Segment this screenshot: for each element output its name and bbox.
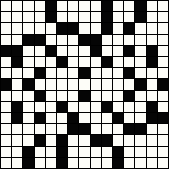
white-cell-r11c2[interactable] bbox=[23, 124, 33, 134]
white-cell-r12c1[interactable] bbox=[12, 135, 22, 145]
black-cell-r7c0 bbox=[1, 79, 11, 89]
white-cell-r12c4[interactable] bbox=[46, 135, 56, 145]
white-cell-r12c11[interactable] bbox=[124, 135, 134, 145]
white-cell-r4c7[interactable] bbox=[79, 46, 89, 56]
white-cell-r6c12[interactable] bbox=[135, 68, 145, 78]
black-cell-r3c3 bbox=[35, 35, 45, 45]
black-cell-r6c7 bbox=[79, 68, 89, 78]
white-cell-r2c1[interactable] bbox=[12, 23, 22, 33]
black-cell-r11c12 bbox=[135, 124, 145, 134]
white-cell-r5c10[interactable] bbox=[113, 57, 123, 67]
black-cell-r7c2 bbox=[23, 79, 33, 89]
white-cell-r9c0[interactable] bbox=[1, 102, 11, 112]
white-cell-r13c7[interactable] bbox=[79, 147, 89, 157]
white-cell-r7c1[interactable] bbox=[12, 79, 22, 89]
white-cell-r3c13[interactable] bbox=[147, 35, 157, 45]
white-cell-r5c8[interactable] bbox=[91, 57, 101, 67]
white-cell-r14c13[interactable] bbox=[147, 158, 157, 168]
black-cell-r1c9 bbox=[102, 12, 112, 22]
black-cell-r12c3 bbox=[35, 135, 45, 145]
white-cell-r4c14[interactable] bbox=[158, 46, 168, 56]
black-cell-r3c2 bbox=[23, 35, 33, 45]
white-cell-r10c8[interactable] bbox=[91, 113, 101, 123]
white-cell-r6c0[interactable] bbox=[1, 68, 11, 78]
black-cell-r5c9 bbox=[102, 57, 112, 67]
white-cell-r8c1[interactable] bbox=[12, 91, 22, 101]
black-cell-r4c13 bbox=[147, 46, 157, 56]
white-cell-r8c9[interactable] bbox=[102, 91, 112, 101]
black-cell-r10c6 bbox=[68, 113, 78, 123]
white-cell-r6c2[interactable] bbox=[23, 68, 33, 78]
white-cell-r14c0[interactable] bbox=[1, 158, 11, 168]
white-cell-r2c10[interactable] bbox=[113, 23, 123, 33]
white-cell-r5c2[interactable] bbox=[23, 57, 33, 67]
white-cell-r5c6[interactable] bbox=[68, 57, 78, 67]
white-cell-r2c4[interactable] bbox=[46, 23, 56, 33]
black-cell-r0c9 bbox=[102, 1, 112, 11]
white-cell-r11c10[interactable] bbox=[113, 124, 123, 134]
white-cell-r3c4[interactable] bbox=[46, 35, 56, 45]
white-cell-r8c6[interactable] bbox=[68, 91, 78, 101]
white-cell-r11c5[interactable] bbox=[57, 124, 67, 134]
white-cell-r12c14[interactable] bbox=[158, 135, 168, 145]
white-cell-r1c6[interactable] bbox=[68, 12, 78, 22]
white-cell-r5c4[interactable] bbox=[46, 57, 56, 67]
white-cell-r8c14[interactable] bbox=[158, 91, 168, 101]
white-cell-r6c14[interactable] bbox=[158, 68, 168, 78]
white-cell-r7c10[interactable] bbox=[113, 79, 123, 89]
white-cell-r4c12[interactable] bbox=[135, 46, 145, 56]
black-cell-r3c7 bbox=[79, 35, 89, 45]
white-cell-r0c0[interactable] bbox=[1, 1, 11, 11]
white-cell-r10c12[interactable] bbox=[135, 113, 145, 123]
white-cell-r3c0[interactable] bbox=[1, 35, 11, 45]
white-cell-r4c2[interactable] bbox=[23, 46, 33, 56]
white-cell-r14c6[interactable] bbox=[68, 158, 78, 168]
white-cell-r1c11[interactable] bbox=[124, 12, 134, 22]
white-cell-r10c2[interactable] bbox=[23, 113, 33, 123]
white-cell-r3c14[interactable] bbox=[158, 35, 168, 45]
white-cell-r5c14[interactable] bbox=[158, 57, 168, 67]
white-cell-r13c8[interactable] bbox=[91, 147, 101, 157]
white-cell-r2c14[interactable] bbox=[158, 23, 168, 33]
black-cell-r7c14 bbox=[158, 79, 168, 89]
black-cell-r6c3 bbox=[35, 68, 45, 78]
white-cell-r6c1[interactable] bbox=[12, 68, 22, 78]
black-cell-r4c1 bbox=[12, 46, 22, 56]
white-cell-r3c6[interactable] bbox=[68, 35, 78, 45]
white-cell-r9c14[interactable] bbox=[158, 102, 168, 112]
crossword-board bbox=[0, 0, 169, 169]
white-cell-r11c1[interactable] bbox=[12, 124, 22, 134]
white-cell-r1c10[interactable] bbox=[113, 12, 123, 22]
white-cell-r7c3[interactable] bbox=[35, 79, 45, 89]
white-cell-r10c0[interactable] bbox=[1, 113, 11, 123]
white-cell-r14c8[interactable] bbox=[91, 158, 101, 168]
white-cell-r6c5[interactable] bbox=[57, 68, 67, 78]
black-cell-r9c5 bbox=[57, 102, 67, 112]
white-cell-r8c8[interactable] bbox=[91, 91, 101, 101]
black-cell-r5c1 bbox=[12, 57, 22, 67]
white-cell-r13c6[interactable] bbox=[68, 147, 78, 157]
white-cell-r11c13[interactable] bbox=[147, 124, 157, 134]
white-cell-r0c10[interactable] bbox=[113, 1, 123, 11]
white-cell-r5c3[interactable] bbox=[35, 57, 45, 67]
white-cell-r12c13[interactable] bbox=[147, 135, 157, 145]
white-cell-r2c3[interactable] bbox=[35, 23, 45, 33]
black-cell-r14c2 bbox=[23, 158, 33, 168]
white-cell-r11c4[interactable] bbox=[46, 124, 56, 134]
black-cell-r6c11 bbox=[124, 68, 134, 78]
white-cell-r0c7[interactable] bbox=[79, 1, 89, 11]
black-cell-r1c4 bbox=[46, 12, 56, 22]
white-cell-r14c3[interactable] bbox=[35, 158, 45, 168]
white-cell-r7c5[interactable] bbox=[57, 79, 67, 89]
white-cell-r5c0[interactable] bbox=[1, 57, 11, 67]
black-cell-r5c13 bbox=[147, 57, 157, 67]
white-cell-r0c8[interactable] bbox=[91, 1, 101, 11]
white-cell-r11c8[interactable] bbox=[91, 124, 101, 134]
white-cell-r9c10[interactable] bbox=[113, 102, 123, 112]
white-cell-r12c7[interactable] bbox=[79, 135, 89, 145]
white-cell-r3c12[interactable] bbox=[135, 35, 145, 45]
white-cell-r0c3[interactable] bbox=[35, 1, 45, 11]
white-cell-r10c4[interactable] bbox=[46, 113, 56, 123]
white-cell-r11c9[interactable] bbox=[102, 124, 112, 134]
white-cell-r1c8[interactable] bbox=[91, 12, 101, 22]
white-cell-r3c5[interactable] bbox=[57, 35, 67, 45]
white-cell-r1c14[interactable] bbox=[158, 12, 168, 22]
black-cell-r4c8 bbox=[91, 46, 101, 56]
black-cell-r8c7 bbox=[79, 91, 89, 101]
black-cell-r12c5 bbox=[57, 135, 67, 145]
white-cell-r7c6[interactable] bbox=[68, 79, 78, 89]
white-cell-r0c2[interactable] bbox=[23, 1, 33, 11]
black-cell-r10c14 bbox=[158, 113, 168, 123]
white-cell-r14c9[interactable] bbox=[102, 158, 112, 168]
white-cell-r10c7[interactable] bbox=[79, 113, 89, 123]
black-cell-r4c11 bbox=[124, 46, 134, 56]
white-cell-r6c10[interactable] bbox=[113, 68, 123, 78]
white-cell-r4c6[interactable] bbox=[68, 46, 78, 56]
white-cell-r4c10[interactable] bbox=[113, 46, 123, 56]
white-cell-r3c10[interactable] bbox=[113, 35, 123, 45]
white-cell-r4c5[interactable] bbox=[57, 46, 67, 56]
white-cell-r5c12[interactable] bbox=[135, 57, 145, 67]
black-cell-r2c9 bbox=[102, 23, 112, 33]
white-cell-r0c1[interactable] bbox=[12, 1, 22, 11]
white-cell-r9c12[interactable] bbox=[135, 102, 145, 112]
white-cell-r11c14[interactable] bbox=[158, 124, 168, 134]
white-cell-r12c12[interactable] bbox=[135, 135, 145, 145]
white-cell-r14c14[interactable] bbox=[158, 158, 168, 168]
white-cell-r2c8[interactable] bbox=[91, 23, 101, 33]
white-cell-r11c3[interactable] bbox=[35, 124, 45, 134]
white-cell-r2c2[interactable] bbox=[23, 23, 33, 33]
white-cell-r3c11[interactable] bbox=[124, 35, 134, 45]
white-cell-r14c4[interactable] bbox=[46, 158, 56, 168]
white-cell-r8c4[interactable] bbox=[46, 91, 56, 101]
white-cell-r8c10[interactable] bbox=[113, 91, 123, 101]
white-cell-r7c8[interactable] bbox=[91, 79, 101, 89]
white-cell-r8c13[interactable] bbox=[147, 91, 157, 101]
black-cell-r3c8 bbox=[91, 35, 101, 45]
black-cell-r9c1 bbox=[12, 102, 22, 112]
white-cell-r8c0[interactable] bbox=[1, 91, 11, 101]
white-cell-r7c9[interactable] bbox=[102, 79, 112, 89]
white-cell-r0c5[interactable] bbox=[57, 1, 67, 11]
white-cell-r8c12[interactable] bbox=[135, 91, 145, 101]
white-cell-r11c0[interactable] bbox=[1, 124, 11, 134]
white-cell-r13c3[interactable] bbox=[35, 147, 45, 157]
black-cell-r11c11 bbox=[124, 124, 134, 134]
black-cell-r7c12 bbox=[135, 79, 145, 89]
white-cell-r13c4[interactable] bbox=[46, 147, 56, 157]
white-cell-r4c3[interactable] bbox=[35, 46, 45, 56]
white-cell-r2c12[interactable] bbox=[135, 23, 145, 33]
white-cell-r1c0[interactable] bbox=[1, 12, 11, 22]
black-cell-r4c0 bbox=[1, 46, 11, 56]
white-cell-r5c11[interactable] bbox=[124, 57, 134, 67]
black-cell-r2c6 bbox=[68, 23, 78, 33]
white-cell-r1c3[interactable] bbox=[35, 12, 45, 22]
white-cell-r12c0[interactable] bbox=[1, 135, 11, 145]
white-cell-r10c9[interactable] bbox=[102, 113, 112, 123]
black-cell-r9c13 bbox=[147, 102, 157, 112]
white-cell-r1c13[interactable] bbox=[147, 12, 157, 22]
white-cell-r4c9[interactable] bbox=[102, 46, 112, 56]
black-cell-r8c3 bbox=[35, 91, 45, 101]
white-cell-r5c7[interactable] bbox=[79, 57, 89, 67]
white-cell-r8c2[interactable] bbox=[23, 91, 33, 101]
white-cell-r0c6[interactable] bbox=[68, 1, 78, 11]
white-cell-r13c12[interactable] bbox=[135, 147, 145, 157]
white-cell-r0c13[interactable] bbox=[147, 1, 157, 11]
black-cell-r1c12 bbox=[135, 12, 145, 22]
white-cell-r12c10[interactable] bbox=[113, 135, 123, 145]
black-cell-r0c12 bbox=[135, 1, 145, 11]
black-cell-r12c9 bbox=[102, 135, 112, 145]
white-cell-r7c11[interactable] bbox=[124, 79, 134, 89]
white-cell-r13c11[interactable] bbox=[124, 147, 134, 157]
white-cell-r9c2[interactable] bbox=[23, 102, 33, 112]
white-cell-r10c5[interactable] bbox=[57, 113, 67, 123]
black-cell-r10c1 bbox=[12, 113, 22, 123]
white-cell-r2c13[interactable] bbox=[147, 23, 157, 33]
black-cell-r14c5 bbox=[57, 158, 67, 168]
black-cell-r12c8 bbox=[91, 135, 101, 145]
white-cell-r6c4[interactable] bbox=[46, 68, 56, 78]
white-cell-r0c14[interactable] bbox=[158, 1, 168, 11]
white-cell-r0c11[interactable] bbox=[124, 1, 134, 11]
white-cell-r6c8[interactable] bbox=[91, 68, 101, 78]
black-cell-r4c4 bbox=[46, 46, 56, 56]
white-cell-r13c0[interactable] bbox=[1, 147, 11, 157]
white-cell-r6c9[interactable] bbox=[102, 68, 112, 78]
black-cell-r13c5 bbox=[57, 147, 67, 157]
black-cell-r14c10 bbox=[113, 158, 123, 168]
white-cell-r2c0[interactable] bbox=[1, 23, 11, 33]
white-cell-r13c1[interactable] bbox=[12, 147, 22, 157]
white-cell-r6c13[interactable] bbox=[147, 68, 157, 78]
white-cell-r7c7[interactable] bbox=[79, 79, 89, 89]
black-cell-r0c4 bbox=[46, 1, 56, 11]
white-cell-r3c9[interactable] bbox=[102, 35, 112, 45]
white-cell-r14c1[interactable] bbox=[12, 158, 22, 168]
black-cell-r13c10 bbox=[113, 147, 123, 157]
white-cell-r3c1[interactable] bbox=[12, 35, 22, 45]
white-cell-r9c6[interactable] bbox=[68, 102, 78, 112]
white-cell-r7c4[interactable] bbox=[46, 79, 56, 89]
black-cell-r11c6 bbox=[68, 124, 78, 134]
black-cell-r10c13 bbox=[147, 113, 157, 123]
white-cell-r1c2[interactable] bbox=[23, 12, 33, 22]
white-cell-r9c4[interactable] bbox=[46, 102, 56, 112]
white-cell-r7c13[interactable] bbox=[147, 79, 157, 89]
white-cell-r10c11[interactable] bbox=[124, 113, 134, 123]
white-cell-r1c1[interactable] bbox=[12, 12, 22, 22]
black-cell-r8c11 bbox=[124, 91, 134, 101]
white-cell-r9c8[interactable] bbox=[91, 102, 101, 112]
black-cell-r5c5 bbox=[57, 57, 67, 67]
white-cell-r9c3[interactable] bbox=[35, 102, 45, 112]
white-cell-r14c7[interactable] bbox=[79, 158, 89, 168]
black-cell-r2c5 bbox=[57, 23, 67, 33]
white-cell-r6c6[interactable] bbox=[68, 68, 78, 78]
white-cell-r9c7[interactable] bbox=[79, 102, 89, 112]
black-cell-r2c11 bbox=[124, 23, 134, 33]
black-cell-r10c10 bbox=[113, 113, 123, 123]
white-cell-r1c7[interactable] bbox=[79, 12, 89, 22]
white-cell-r8c5[interactable] bbox=[57, 91, 67, 101]
white-cell-r14c12[interactable] bbox=[135, 158, 145, 168]
black-cell-r10c3 bbox=[35, 113, 45, 123]
white-cell-r1c5[interactable] bbox=[57, 12, 67, 22]
white-cell-r12c6[interactable] bbox=[68, 135, 78, 145]
white-cell-r12c2[interactable] bbox=[23, 135, 33, 145]
black-cell-r13c2 bbox=[23, 147, 33, 157]
white-cell-r9c11[interactable] bbox=[124, 102, 134, 112]
white-cell-r2c7[interactable] bbox=[79, 23, 89, 33]
black-cell-r9c9 bbox=[102, 102, 112, 112]
white-cell-r14c11[interactable] bbox=[124, 158, 134, 168]
black-cell-r11c7 bbox=[79, 124, 89, 134]
white-cell-r13c9[interactable] bbox=[102, 147, 112, 157]
white-cell-r13c14[interactable] bbox=[158, 147, 168, 157]
white-cell-r13c13[interactable] bbox=[147, 147, 157, 157]
